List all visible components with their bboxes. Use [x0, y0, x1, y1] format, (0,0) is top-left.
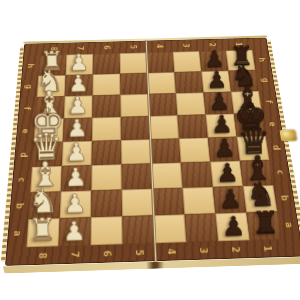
square-c1: ♝ — [240, 160, 273, 186]
square-g6 — [93, 74, 121, 96]
coordinate-label-left-f: f — [13, 101, 42, 116]
coordinate-label-top-3: 3 — [177, 36, 195, 56]
photo-scene: 87654321 87654321 hgfedcba hgfedcba ♜♟♟♜… — [0, 0, 300, 300]
coordinate-label-right-g: g — [251, 73, 280, 87]
square-a4 — [153, 214, 186, 243]
square-a3 — [184, 213, 218, 242]
square-a8: ♜ — [26, 218, 59, 247]
square-b6 — [91, 190, 122, 218]
square-b8: ♞ — [28, 192, 60, 220]
square-f4 — [148, 93, 177, 116]
chess-board: 87654321 87654321 hgfedcba hgfedcba ♜♟♟♜… — [5, 37, 300, 266]
square-b7: ♟ — [60, 191, 92, 219]
square-c3 — [181, 162, 213, 188]
square-f3 — [176, 93, 206, 116]
coordinate-label-top-5: 5 — [124, 37, 141, 57]
square-a6 — [91, 216, 123, 245]
coordinate-label-right-f: f — [254, 95, 284, 109]
coordinate-label-left-h: h — [17, 59, 45, 72]
square-b2: ♟ — [213, 186, 247, 213]
square-c5 — [121, 163, 152, 189]
square-e4 — [149, 115, 179, 139]
square-c4 — [151, 163, 182, 189]
square-f5 — [120, 94, 149, 117]
square-c7: ♟ — [61, 165, 92, 191]
coordinate-label-top-7: 7 — [71, 38, 88, 58]
square-c8: ♝ — [30, 166, 62, 192]
coordinate-label-top-4: 4 — [151, 36, 168, 56]
product-photo: 87654321 87654321 hgfedcba hgfedcba ♜♟♟♜… — [0, 0, 300, 300]
coordinate-label-left-e: e — [10, 124, 40, 139]
square-e3 — [177, 115, 208, 139]
square-a5 — [122, 215, 154, 244]
square-b4 — [152, 188, 184, 215]
coordinate-label-top-1: 1 — [229, 34, 248, 54]
square-g2: ♟ — [201, 71, 231, 93]
square-b3 — [182, 187, 215, 214]
square-a2: ♟ — [215, 213, 249, 242]
square-g5 — [120, 73, 148, 95]
coordinate-label-top-6: 6 — [98, 38, 115, 58]
square-f7: ♟ — [64, 96, 93, 119]
square-g4 — [147, 72, 176, 94]
coordinate-label-left-g: g — [15, 80, 44, 94]
square-a1: ♜ — [246, 212, 281, 241]
square-c6 — [91, 164, 121, 190]
coordinate-label-top-8: 8 — [45, 39, 63, 59]
square-a7: ♟ — [59, 217, 91, 246]
square-f6 — [92, 95, 120, 118]
square-g7: ♟ — [65, 74, 93, 96]
square-d1: ♛ — [237, 136, 270, 161]
square-d8: ♛ — [32, 142, 63, 167]
square-b5 — [122, 189, 154, 217]
square-b1: ♞ — [243, 185, 277, 212]
coordinate-label-top-2: 2 — [203, 35, 222, 55]
coordinate-label-right-e: e — [257, 117, 288, 132]
coordinate-label-right-h: h — [248, 53, 277, 66]
square-c2: ♟ — [210, 161, 243, 187]
